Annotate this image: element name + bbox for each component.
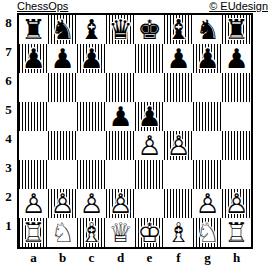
rank-label-4: 4 <box>0 131 17 160</box>
square-g7[interactable]: ♟ <box>193 44 222 73</box>
file-label-c: c <box>77 250 106 264</box>
square-h5[interactable] <box>222 102 251 131</box>
white-pawn[interactable]: ♟♙ <box>164 131 193 160</box>
piece-glyph: ♙ <box>19 189 48 218</box>
black-knight[interactable]: ♞ <box>193 15 222 44</box>
square-f5[interactable] <box>164 102 193 131</box>
app-title-link[interactable]: ChessOps <box>17 0 68 13</box>
square-g2[interactable]: ♟♙ <box>193 189 222 218</box>
piece-glyph: ♚ <box>135 15 164 44</box>
piece-glyph: ♜ <box>222 15 251 44</box>
square-c5[interactable] <box>77 102 106 131</box>
square-g5[interactable] <box>193 102 222 131</box>
square-a5[interactable] <box>19 102 48 131</box>
black-rook[interactable]: ♜ <box>222 15 251 44</box>
piece-glyph: ♟ <box>193 44 222 73</box>
black-queen[interactable]: ♛ <box>106 15 135 44</box>
credit-link[interactable]: © EUdesign <box>209 0 268 13</box>
white-rook[interactable]: ♜♖ <box>222 218 251 247</box>
square-c8[interactable]: ♝ <box>77 15 106 44</box>
square-g8[interactable]: ♞ <box>193 15 222 44</box>
square-f7[interactable]: ♟ <box>164 44 193 73</box>
file-label-h: h <box>222 250 251 264</box>
square-a2[interactable]: ♟♙ <box>19 189 48 218</box>
piece-glyph: ♜ <box>19 15 48 44</box>
black-pawn[interactable]: ♟ <box>19 44 48 73</box>
square-e2[interactable] <box>135 189 164 218</box>
square-b1[interactable]: ♞♘ <box>48 218 77 247</box>
square-c7[interactable]: ♟ <box>77 44 106 73</box>
file-label-e: e <box>135 250 164 264</box>
chess-board: ♜♞♝♛♚♝♞♜♟♟♟♟♟♟♟♟♟♙♟♙♟♙♟♙♟♙♟♙♟♙♟♙♜♖♞♘♝♗♛♕… <box>17 13 253 249</box>
square-a3[interactable] <box>19 160 48 189</box>
file-label-f: f <box>164 250 193 264</box>
file-labels: abcdefgh <box>19 250 251 264</box>
rank-label-2: 2 <box>0 189 17 218</box>
square-h1[interactable]: ♜♖ <box>222 218 251 247</box>
square-e1[interactable]: ♚♔ <box>135 218 164 247</box>
square-e8[interactable]: ♚ <box>135 15 164 44</box>
white-bishop[interactable]: ♝♗ <box>77 218 106 247</box>
white-king[interactable]: ♚♔ <box>135 218 164 247</box>
white-bishop[interactable]: ♝♗ <box>164 218 193 247</box>
piece-glyph: ♟ <box>77 44 106 73</box>
square-h8[interactable]: ♜ <box>222 15 251 44</box>
black-pawn[interactable]: ♟ <box>77 44 106 73</box>
square-g1[interactable]: ♞♘ <box>193 218 222 247</box>
square-g4[interactable] <box>193 131 222 160</box>
square-f1[interactable]: ♝♗ <box>164 218 193 247</box>
square-b5[interactable] <box>48 102 77 131</box>
black-king[interactable]: ♚ <box>135 15 164 44</box>
piece-glyph: ♙ <box>48 189 77 218</box>
square-d4[interactable] <box>106 131 135 160</box>
square-d2[interactable]: ♟♙ <box>106 189 135 218</box>
square-b4[interactable] <box>48 131 77 160</box>
black-pawn[interactable]: ♟ <box>222 44 251 73</box>
piece-glyph: ♞ <box>48 15 77 44</box>
white-rook[interactable]: ♜♖ <box>19 218 48 247</box>
square-b6[interactable] <box>48 73 77 102</box>
piece-glyph: ♗ <box>164 218 193 247</box>
piece-glyph: ♖ <box>19 218 48 247</box>
file-label-g: g <box>193 250 222 264</box>
white-queen[interactable]: ♛♕ <box>106 218 135 247</box>
piece-glyph: ♟ <box>106 102 135 131</box>
square-a7[interactable]: ♟ <box>19 44 48 73</box>
piece-glyph: ♙ <box>193 189 222 218</box>
square-a1[interactable]: ♜♖ <box>19 218 48 247</box>
piece-glyph: ♘ <box>193 218 222 247</box>
square-c1[interactable]: ♝♗ <box>77 218 106 247</box>
black-pawn[interactable]: ♟ <box>106 102 135 131</box>
white-pawn[interactable]: ♟♙ <box>77 189 106 218</box>
file-label-b: b <box>48 250 77 264</box>
black-bishop[interactable]: ♝ <box>77 15 106 44</box>
piece-glyph: ♕ <box>106 218 135 247</box>
square-c4[interactable] <box>77 131 106 160</box>
black-rook[interactable]: ♜ <box>19 15 48 44</box>
square-f8[interactable]: ♝ <box>164 15 193 44</box>
square-d1[interactable]: ♛♕ <box>106 218 135 247</box>
board-grid: ♜♞♝♛♚♝♞♜♟♟♟♟♟♟♟♟♟♙♟♙♟♙♟♙♟♙♟♙♟♙♟♙♜♖♞♘♝♗♛♕… <box>19 15 251 247</box>
piece-glyph: ♗ <box>77 218 106 247</box>
square-f2[interactable] <box>164 189 193 218</box>
white-pawn[interactable]: ♟♙ <box>48 189 77 218</box>
file-label-d: d <box>106 250 135 264</box>
square-b7[interactable]: ♟ <box>48 44 77 73</box>
square-d6[interactable] <box>106 73 135 102</box>
square-c3[interactable] <box>77 160 106 189</box>
square-h3[interactable] <box>222 160 251 189</box>
square-d8[interactable]: ♛ <box>106 15 135 44</box>
square-b2[interactable]: ♟♙ <box>48 189 77 218</box>
square-d5[interactable]: ♟ <box>106 102 135 131</box>
piece-glyph: ♟ <box>135 102 164 131</box>
black-pawn[interactable]: ♟ <box>193 44 222 73</box>
square-a8[interactable]: ♜ <box>19 15 48 44</box>
white-knight[interactable]: ♞♘ <box>48 218 77 247</box>
piece-glyph: ♛ <box>106 15 135 44</box>
rank-label-7: 7 <box>0 44 17 73</box>
piece-glyph: ♙ <box>77 189 106 218</box>
piece-glyph: ♙ <box>222 189 251 218</box>
white-pawn[interactable]: ♟♙ <box>135 131 164 160</box>
piece-glyph: ♟ <box>164 44 193 73</box>
square-c2[interactable]: ♟♙ <box>77 189 106 218</box>
piece-glyph: ♙ <box>135 131 164 160</box>
square-h6[interactable] <box>222 73 251 102</box>
square-h4[interactable] <box>222 131 251 160</box>
square-f4[interactable]: ♟♙ <box>164 131 193 160</box>
black-pawn[interactable]: ♟ <box>164 44 193 73</box>
black-bishop[interactable]: ♝ <box>164 15 193 44</box>
rank-label-5: 5 <box>0 102 17 131</box>
square-h7[interactable]: ♟ <box>222 44 251 73</box>
black-knight[interactable]: ♞ <box>48 15 77 44</box>
square-b8[interactable]: ♞ <box>48 15 77 44</box>
piece-glyph: ♞ <box>193 15 222 44</box>
rank-labels: 87654321 <box>0 15 17 247</box>
piece-glyph: ♝ <box>77 15 106 44</box>
piece-glyph: ♟ <box>222 44 251 73</box>
white-pawn[interactable]: ♟♙ <box>193 189 222 218</box>
white-pawn[interactable]: ♟♙ <box>19 189 48 218</box>
square-g3[interactable] <box>193 160 222 189</box>
square-e5[interactable]: ♟ <box>135 102 164 131</box>
square-b3[interactable] <box>48 160 77 189</box>
white-pawn[interactable]: ♟♙ <box>106 189 135 218</box>
square-a4[interactable] <box>19 131 48 160</box>
square-e7[interactable] <box>135 44 164 73</box>
white-pawn[interactable]: ♟♙ <box>222 189 251 218</box>
square-d3[interactable] <box>106 160 135 189</box>
black-pawn[interactable]: ♟ <box>48 44 77 73</box>
square-e3[interactable] <box>135 160 164 189</box>
square-e4[interactable]: ♟♙ <box>135 131 164 160</box>
piece-glyph: ♙ <box>106 189 135 218</box>
square-g6[interactable] <box>193 73 222 102</box>
square-f3[interactable] <box>164 160 193 189</box>
square-d7[interactable] <box>106 44 135 73</box>
white-knight[interactable]: ♞♘ <box>193 218 222 247</box>
piece-glyph: ♝ <box>164 15 193 44</box>
piece-glyph: ♖ <box>222 218 251 247</box>
square-f6[interactable] <box>164 73 193 102</box>
square-c6[interactable] <box>77 73 106 102</box>
piece-glyph: ♟ <box>19 44 48 73</box>
rank-label-6: 6 <box>0 73 17 102</box>
rank-label-1: 1 <box>0 218 17 247</box>
piece-glyph: ♟ <box>48 44 77 73</box>
piece-glyph: ♔ <box>135 218 164 247</box>
square-e6[interactable] <box>135 73 164 102</box>
square-h2[interactable]: ♟♙ <box>222 189 251 218</box>
black-pawn[interactable]: ♟ <box>135 102 164 131</box>
rank-label-8: 8 <box>0 15 17 44</box>
square-a6[interactable] <box>19 73 48 102</box>
piece-glyph: ♙ <box>164 131 193 160</box>
file-label-a: a <box>19 250 48 264</box>
piece-glyph: ♘ <box>48 218 77 247</box>
rank-label-3: 3 <box>0 160 17 189</box>
